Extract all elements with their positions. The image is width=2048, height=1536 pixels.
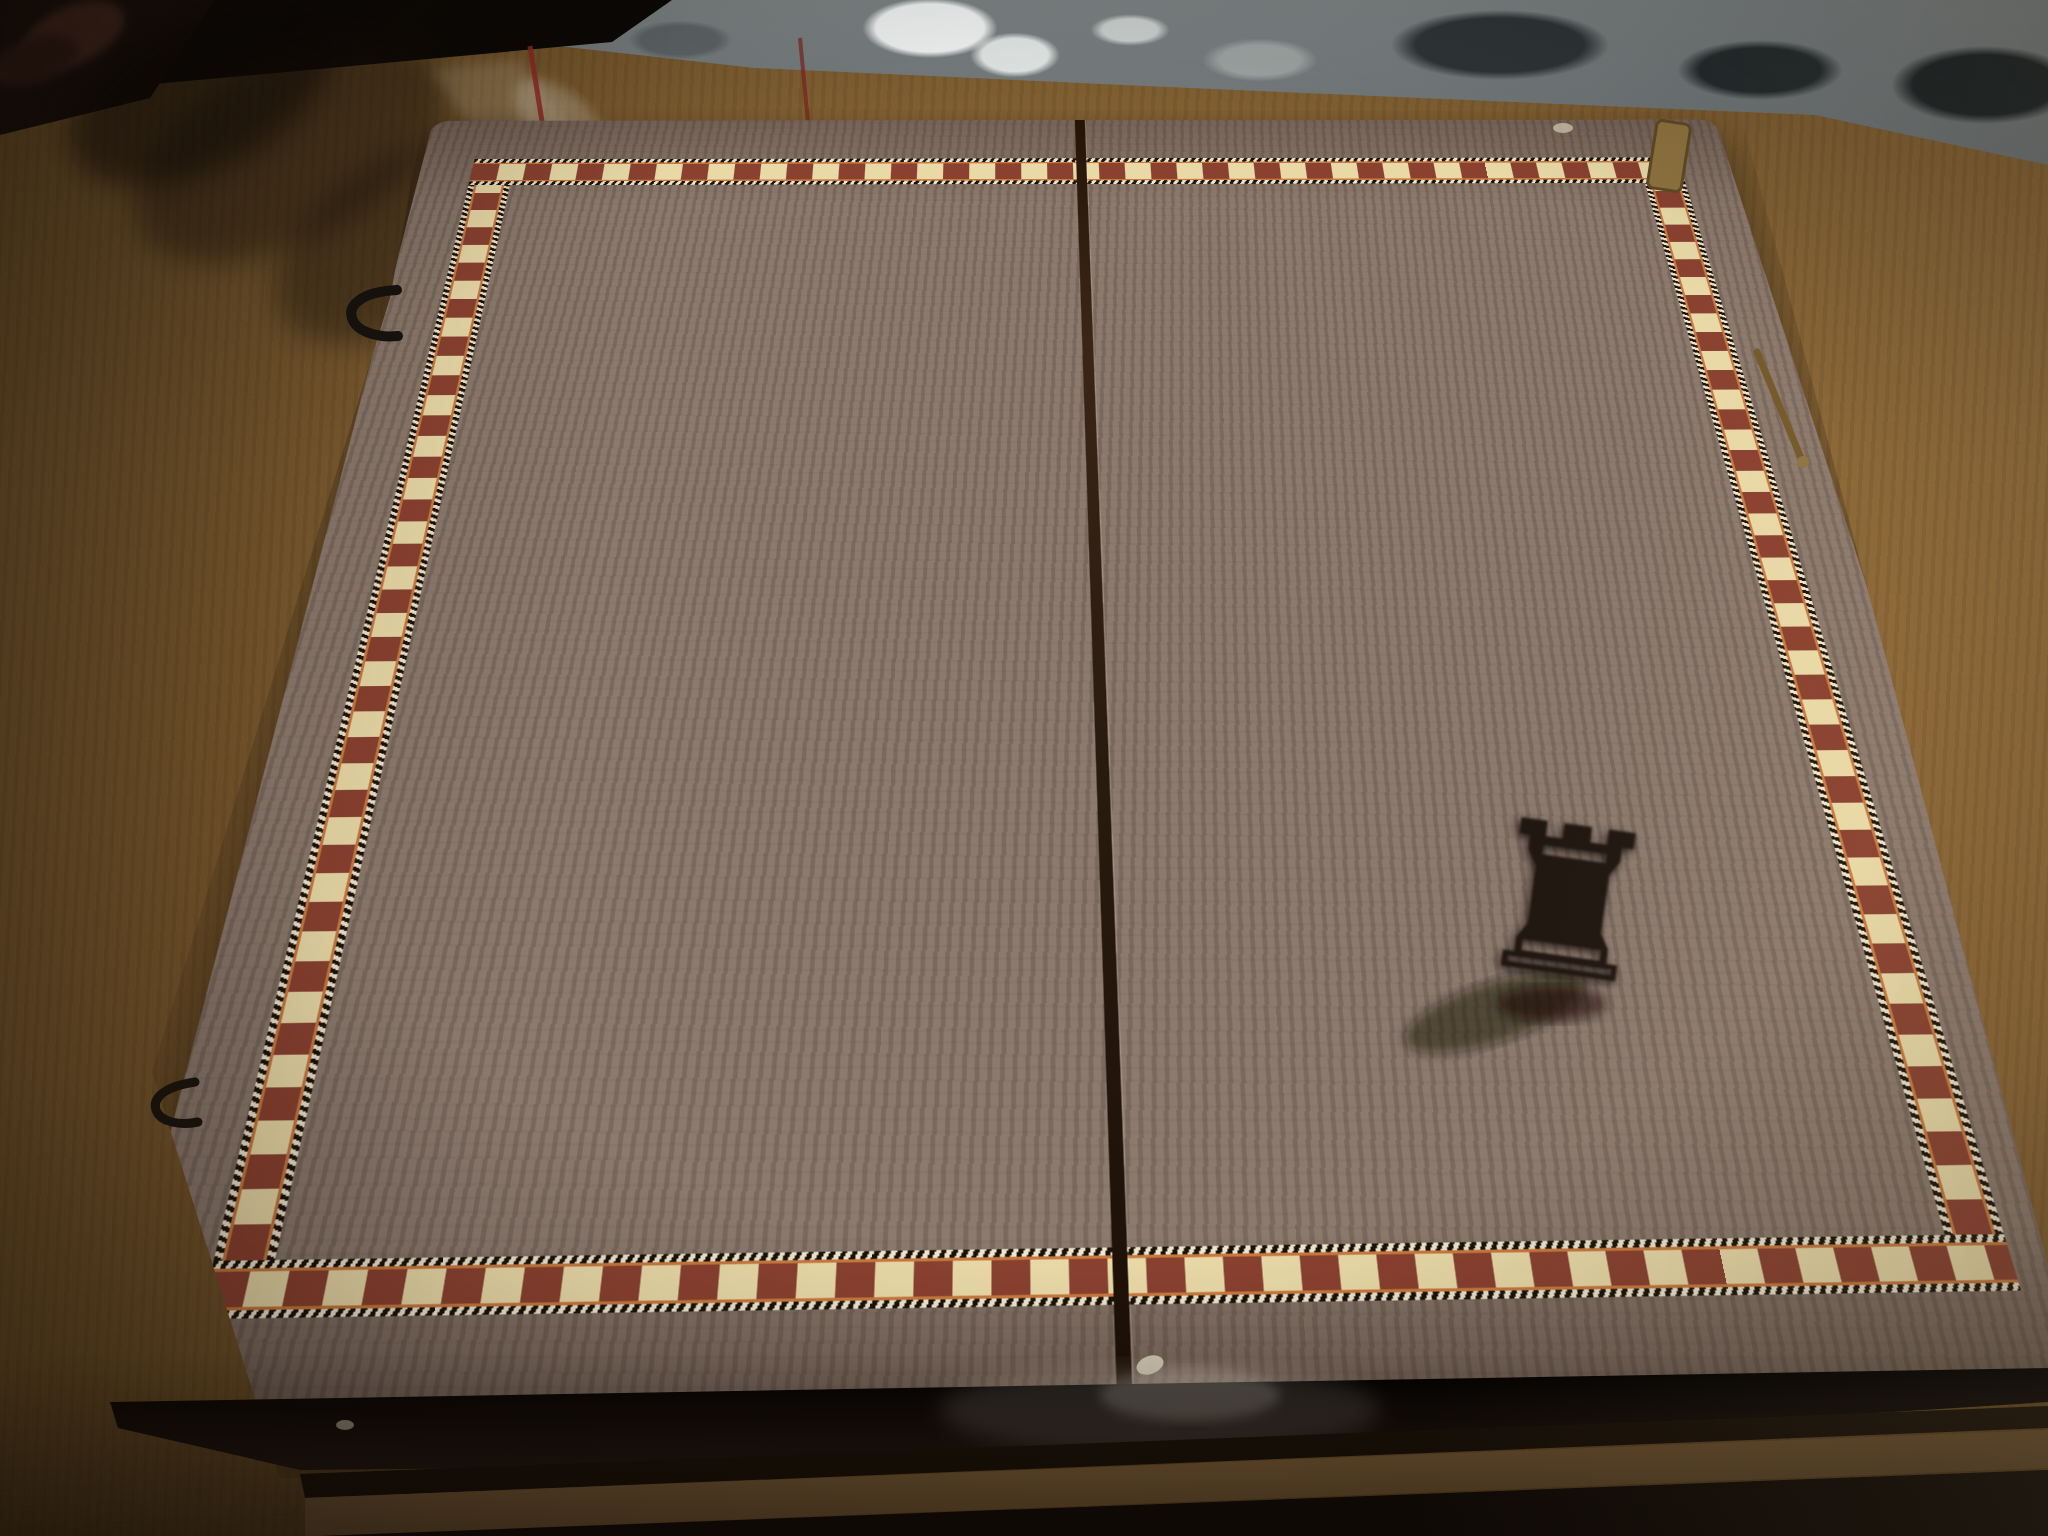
black-rook[interactable]: ♜	[1454, 783, 1682, 1023]
photo-scene: ♜	[0, 0, 2048, 1536]
brass-hinge-rod	[1757, 352, 1801, 458]
brass-clasp-top-right	[1647, 120, 1691, 192]
clasp-hook-left-lower	[155, 1082, 198, 1124]
clasp-hook-left-upper	[351, 290, 398, 336]
white-chip-left-frame	[336, 1420, 354, 1430]
brass-knob	[1797, 456, 1809, 468]
foreground-details-layer	[0, 0, 2048, 1536]
white-chip-top-frame	[1553, 123, 1573, 133]
front-edge-glare	[1100, 1369, 1280, 1421]
